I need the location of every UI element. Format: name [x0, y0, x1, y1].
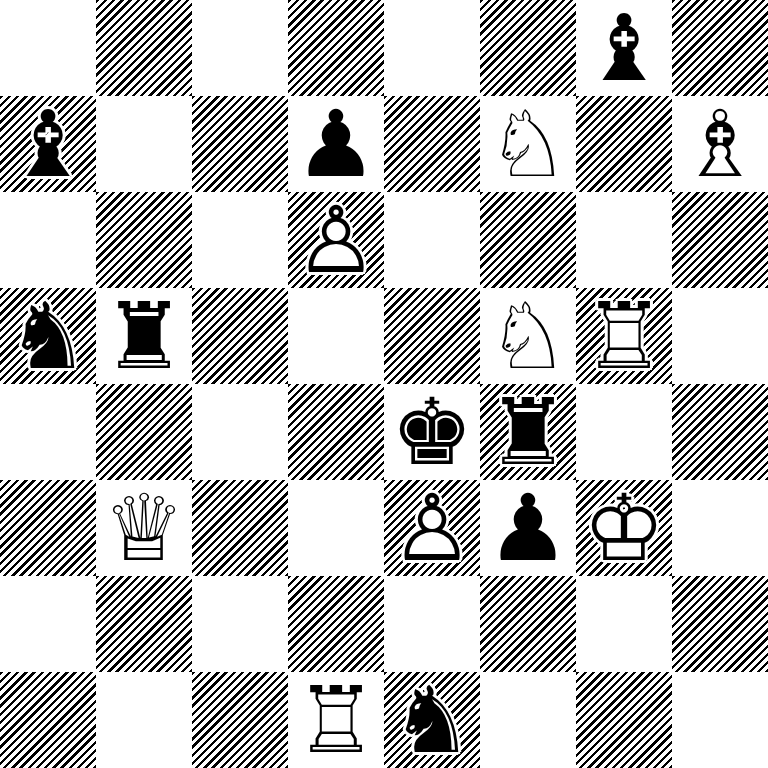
square-g2[interactable] — [576, 576, 672, 672]
piece-glyph: ♚ — [384, 384, 480, 480]
piece-glyph: ♜ — [480, 384, 576, 480]
square-b2[interactable] — [96, 576, 192, 672]
piece-black-pawn-d7[interactable]: ♟♟ — [288, 96, 384, 192]
square-d6[interactable]: ♟♙ — [288, 192, 384, 288]
piece-white-pawn-d6[interactable]: ♟♙ — [288, 192, 384, 288]
square-f6[interactable] — [480, 192, 576, 288]
piece-white-queen-b3[interactable]: ♛♕ — [96, 480, 192, 576]
square-a1[interactable] — [0, 672, 96, 768]
square-f7[interactable]: ♞♘ — [480, 96, 576, 192]
square-d5[interactable] — [288, 288, 384, 384]
piece-glyph: ♜ — [96, 288, 192, 384]
piece-black-pawn-f3[interactable]: ♟♟ — [480, 480, 576, 576]
square-a2[interactable] — [0, 576, 96, 672]
square-b6[interactable] — [96, 192, 192, 288]
piece-black-king-e4[interactable]: ♚♚ — [384, 384, 480, 480]
piece-white-rook-d1[interactable]: ♜♖ — [288, 672, 384, 768]
piece-glyph: ♘ — [480, 288, 576, 384]
square-b8[interactable] — [96, 0, 192, 96]
square-e3[interactable]: ♟♙ — [384, 480, 480, 576]
square-d8[interactable] — [288, 0, 384, 96]
square-c1[interactable] — [192, 672, 288, 768]
piece-black-bishop-g8[interactable]: ♝♝ — [576, 0, 672, 96]
square-g7[interactable] — [576, 96, 672, 192]
square-c3[interactable] — [192, 480, 288, 576]
square-c6[interactable] — [192, 192, 288, 288]
piece-white-rook-g5[interactable]: ♜♖ — [576, 288, 672, 384]
square-f4[interactable]: ♜♜ — [480, 384, 576, 480]
square-g1[interactable] — [576, 672, 672, 768]
square-c8[interactable] — [192, 0, 288, 96]
piece-glyph: ♟ — [288, 96, 384, 192]
square-b4[interactable] — [96, 384, 192, 480]
square-h2[interactable] — [672, 576, 768, 672]
square-e7[interactable] — [384, 96, 480, 192]
square-e1[interactable]: ♞♞ — [384, 672, 480, 768]
square-a6[interactable] — [0, 192, 96, 288]
square-h4[interactable] — [672, 384, 768, 480]
square-f3[interactable]: ♟♟ — [480, 480, 576, 576]
piece-black-knight-e1[interactable]: ♞♞ — [384, 672, 480, 768]
piece-white-king-g3[interactable]: ♚♔ — [576, 480, 672, 576]
square-a8[interactable] — [0, 0, 96, 96]
square-e8[interactable] — [384, 0, 480, 96]
square-g3[interactable]: ♚♔ — [576, 480, 672, 576]
square-f1[interactable] — [480, 672, 576, 768]
piece-glyph: ♞ — [0, 288, 96, 384]
square-h5[interactable] — [672, 288, 768, 384]
square-f2[interactable] — [480, 576, 576, 672]
square-d3[interactable] — [288, 480, 384, 576]
square-a5[interactable]: ♞♞ — [0, 288, 96, 384]
square-g4[interactable] — [576, 384, 672, 480]
square-e5[interactable] — [384, 288, 480, 384]
square-f8[interactable] — [480, 0, 576, 96]
square-d2[interactable] — [288, 576, 384, 672]
square-f5[interactable]: ♞♘ — [480, 288, 576, 384]
square-h1[interactable] — [672, 672, 768, 768]
piece-glyph: ♖ — [288, 672, 384, 768]
square-a3[interactable] — [0, 480, 96, 576]
piece-glyph: ♙ — [384, 480, 480, 576]
piece-glyph: ♟ — [480, 480, 576, 576]
piece-glyph: ♕ — [96, 480, 192, 576]
piece-glyph: ♖ — [576, 288, 672, 384]
square-d4[interactable] — [288, 384, 384, 480]
piece-glyph: ♙ — [288, 192, 384, 288]
square-g5[interactable]: ♜♖ — [576, 288, 672, 384]
square-e4[interactable]: ♚♚ — [384, 384, 480, 480]
square-b1[interactable] — [96, 672, 192, 768]
square-h8[interactable] — [672, 0, 768, 96]
square-e2[interactable] — [384, 576, 480, 672]
piece-glyph: ♘ — [480, 96, 576, 192]
square-h7[interactable]: ♝♗ — [672, 96, 768, 192]
square-d1[interactable]: ♜♖ — [288, 672, 384, 768]
square-a4[interactable] — [0, 384, 96, 480]
piece-white-bishop-h7[interactable]: ♝♗ — [672, 96, 768, 192]
piece-black-rook-b5[interactable]: ♜♜ — [96, 288, 192, 384]
piece-black-rook-f4[interactable]: ♜♜ — [480, 384, 576, 480]
square-a7[interactable]: ♝♝ — [0, 96, 96, 192]
square-c4[interactable] — [192, 384, 288, 480]
piece-glyph: ♝ — [576, 0, 672, 96]
square-d7[interactable]: ♟♟ — [288, 96, 384, 192]
piece-white-pawn-e3[interactable]: ♟♙ — [384, 480, 480, 576]
piece-glyph: ♔ — [576, 480, 672, 576]
piece-black-bishop-a7[interactable]: ♝♝ — [0, 96, 96, 192]
square-c7[interactable] — [192, 96, 288, 192]
piece-glyph: ♗ — [672, 96, 768, 192]
piece-black-knight-a5[interactable]: ♞♞ — [0, 288, 96, 384]
piece-white-knight-f5[interactable]: ♞♘ — [480, 288, 576, 384]
square-c2[interactable] — [192, 576, 288, 672]
square-e6[interactable] — [384, 192, 480, 288]
square-b5[interactable]: ♜♜ — [96, 288, 192, 384]
square-b3[interactable]: ♛♕ — [96, 480, 192, 576]
square-g8[interactable]: ♝♝ — [576, 0, 672, 96]
chess-diagram: ♝♝♝♝♟♟♞♘♝♗♟♙♞♞♜♜♞♘♜♖♚♚♜♜♛♕♟♙♟♟♚♔♜♖♞♞ — [0, 0, 768, 768]
piece-glyph: ♞ — [384, 672, 480, 768]
square-g6[interactable] — [576, 192, 672, 288]
square-c5[interactable] — [192, 288, 288, 384]
piece-white-knight-f7[interactable]: ♞♘ — [480, 96, 576, 192]
square-h6[interactable] — [672, 192, 768, 288]
chess-board: ♝♝♝♝♟♟♞♘♝♗♟♙♞♞♜♜♞♘♜♖♚♚♜♜♛♕♟♙♟♟♚♔♜♖♞♞ — [0, 0, 768, 768]
square-b7[interactable] — [96, 96, 192, 192]
piece-glyph: ♝ — [0, 96, 96, 192]
square-h3[interactable] — [672, 480, 768, 576]
